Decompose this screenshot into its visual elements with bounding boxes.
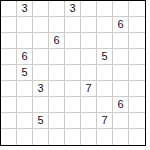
empty-cell-r4c4[interactable] [49,49,65,65]
clue-cell-r8c7: 7 [97,113,113,129]
empty-cell-r4c6[interactable] [81,49,97,65]
empty-cell-r6c1[interactable] [1,81,17,97]
empty-cell-r7c6[interactable] [81,97,97,113]
empty-cell-r6c8[interactable] [113,81,129,97]
empty-cell-r2c9[interactable] [129,17,145,33]
empty-cell-r9c5[interactable] [65,129,81,145]
puzzle-board-wrap: 336665537657 [0,0,146,146]
empty-cell-r8c2[interactable] [17,113,33,129]
empty-cell-r9c2[interactable] [17,129,33,145]
empty-cell-r5c5[interactable] [65,65,81,81]
empty-cell-r1c8[interactable] [113,1,129,17]
empty-cell-r7c9[interactable] [129,97,145,113]
empty-cell-r4c8[interactable] [113,49,129,65]
empty-cell-r3c6[interactable] [81,33,97,49]
clue-cell-r1c2: 3 [17,1,33,17]
empty-cell-r2c6[interactable] [81,17,97,33]
clue-cell-r2c8: 6 [113,17,129,33]
empty-cell-r9c1[interactable] [1,129,17,145]
empty-cell-r3c1[interactable] [1,33,17,49]
clue-cell-r7c8: 6 [113,97,129,113]
empty-cell-r6c9[interactable] [129,81,145,97]
empty-cell-r2c4[interactable] [49,17,65,33]
empty-cell-r7c5[interactable] [65,97,81,113]
empty-cell-r5c1[interactable] [1,65,17,81]
empty-cell-r1c9[interactable] [129,1,145,17]
empty-cell-r2c5[interactable] [65,17,81,33]
empty-cell-r4c9[interactable] [129,49,145,65]
empty-cell-r9c4[interactable] [49,129,65,145]
empty-cell-r9c8[interactable] [113,129,129,145]
empty-cell-r5c7[interactable] [97,65,113,81]
empty-cell-r2c7[interactable] [97,17,113,33]
empty-cell-r9c6[interactable] [81,129,97,145]
empty-cell-r2c2[interactable] [17,17,33,33]
empty-cell-r1c7[interactable] [97,1,113,17]
puzzle-board: 336665537657 [0,0,146,146]
empty-cell-r9c9[interactable] [129,129,145,145]
empty-cell-r7c1[interactable] [1,97,17,113]
empty-cell-r5c8[interactable] [113,65,129,81]
empty-cell-r7c3[interactable] [33,97,49,113]
empty-cell-r5c9[interactable] [129,65,145,81]
empty-cell-r3c8[interactable] [113,33,129,49]
clue-cell-r8c3: 5 [33,113,49,129]
empty-cell-r1c1[interactable] [1,1,17,17]
empty-cell-r1c3[interactable] [33,1,49,17]
empty-cell-r8c8[interactable] [113,113,129,129]
empty-cell-r4c5[interactable] [65,49,81,65]
clue-cell-r6c6: 7 [81,81,97,97]
clue-cell-r6c3: 3 [33,81,49,97]
empty-cell-r4c3[interactable] [33,49,49,65]
empty-cell-r7c2[interactable] [17,97,33,113]
empty-cell-r3c7[interactable] [97,33,113,49]
empty-cell-r3c3[interactable] [33,33,49,49]
empty-cell-r1c6[interactable] [81,1,97,17]
empty-cell-r1c4[interactable] [49,1,65,17]
empty-cell-r6c7[interactable] [97,81,113,97]
empty-cell-r2c1[interactable] [1,17,17,33]
empty-cell-r6c4[interactable] [49,81,65,97]
empty-cell-r8c9[interactable] [129,113,145,129]
empty-cell-r9c3[interactable] [33,129,49,145]
empty-cell-r7c4[interactable] [49,97,65,113]
empty-cell-r5c4[interactable] [49,65,65,81]
empty-cell-r9c7[interactable] [97,129,113,145]
empty-cell-r3c2[interactable] [17,33,33,49]
clue-cell-r4c2: 6 [17,49,33,65]
empty-cell-r8c1[interactable] [1,113,17,129]
empty-cell-r3c9[interactable] [129,33,145,49]
clue-cell-r4c7: 5 [97,49,113,65]
empty-cell-r8c4[interactable] [49,113,65,129]
empty-cell-r8c5[interactable] [65,113,81,129]
empty-cell-r8c6[interactable] [81,113,97,129]
empty-cell-r6c5[interactable] [65,81,81,97]
empty-cell-r3c5[interactable] [65,33,81,49]
clue-cell-r3c4: 6 [49,33,65,49]
empty-cell-r4c1[interactable] [1,49,17,65]
empty-cell-r6c2[interactable] [17,81,33,97]
clue-cell-r5c2: 5 [17,65,33,81]
empty-cell-r5c6[interactable] [81,65,97,81]
clue-cell-r1c5: 3 [65,1,81,17]
empty-cell-r7c7[interactable] [97,97,113,113]
empty-cell-r2c3[interactable] [33,17,49,33]
empty-cell-r5c3[interactable] [33,65,49,81]
